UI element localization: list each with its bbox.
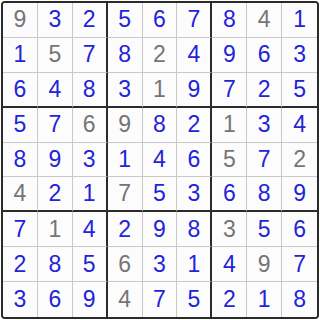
sudoku-cell-r4c2[interactable]: 7 — [38, 108, 73, 143]
given-digit: 9 — [118, 113, 131, 136]
sudoku-cell-r9c6[interactable]: 5 — [177, 282, 212, 317]
filled-digit: 1 — [14, 43, 27, 66]
given-digit: 4 — [118, 288, 131, 311]
sudoku-cell-r7c8[interactable]: 5 — [247, 212, 282, 247]
given-digit: 9 — [14, 8, 27, 31]
sudoku-cell-r9c2[interactable]: 6 — [38, 282, 73, 317]
sudoku-cell-r1c6[interactable]: 7 — [177, 3, 212, 38]
sudoku-cell-r4c7[interactable]: 1 — [212, 108, 247, 143]
sudoku-cell-r1c2[interactable]: 3 — [38, 3, 73, 38]
sudoku-cell-r2c6[interactable]: 4 — [177, 38, 212, 73]
sudoku-cell-r8c1[interactable]: 2 — [3, 247, 38, 282]
sudoku-cell-r1c5[interactable]: 6 — [143, 3, 178, 38]
filled-digit: 5 — [14, 113, 27, 136]
filled-digit: 3 — [48, 8, 61, 31]
filled-digit: 9 — [153, 218, 166, 241]
filled-digit: 4 — [83, 218, 96, 241]
given-digit: 6 — [118, 253, 131, 276]
filled-digit: 8 — [83, 78, 96, 101]
filled-digit: 2 — [83, 8, 96, 31]
filled-digit: 2 — [223, 288, 236, 311]
filled-digit: 6 — [48, 288, 61, 311]
sudoku-cell-r1c4[interactable]: 5 — [108, 3, 143, 38]
filled-digit: 9 — [223, 43, 236, 66]
sudoku-cell-r2c1[interactable]: 1 — [3, 38, 38, 73]
sudoku-cell-r2c8[interactable]: 6 — [247, 38, 282, 73]
given-digit: 2 — [293, 148, 306, 171]
sudoku-cell-r3c5[interactable]: 1 — [143, 73, 178, 108]
filled-digit: 5 — [83, 253, 96, 276]
sudoku-cell-r6c2[interactable]: 2 — [38, 177, 73, 212]
sudoku-cell-r4c9[interactable]: 4 — [282, 108, 317, 143]
filled-digit: 8 — [48, 253, 61, 276]
filled-digit: 1 — [83, 182, 96, 205]
given-digit: 1 — [153, 78, 166, 101]
sudoku-cell-r3c3[interactable]: 8 — [73, 73, 108, 108]
filled-digit: 3 — [83, 148, 96, 171]
sudoku-cell-r9c8[interactable]: 1 — [247, 282, 282, 317]
filled-digit: 7 — [153, 288, 166, 311]
sudoku-cell-r2c5[interactable]: 2 — [143, 38, 178, 73]
sudoku-cell-r1c3[interactable]: 2 — [73, 3, 108, 38]
filled-digit: 1 — [293, 8, 306, 31]
filled-digit: 7 — [293, 253, 306, 276]
given-digit: 3 — [223, 218, 236, 241]
filled-digit: 8 — [153, 113, 166, 136]
sudoku-cell-r1c1[interactable]: 9 — [3, 3, 38, 38]
filled-digit: 3 — [118, 78, 131, 101]
given-digit: 9 — [258, 253, 271, 276]
given-digit: 2 — [153, 43, 166, 66]
filled-digit: 8 — [118, 43, 131, 66]
sudoku-cell-r7c6[interactable]: 8 — [177, 212, 212, 247]
sudoku-cell-r9c7[interactable]: 2 — [212, 282, 247, 317]
filled-digit: 2 — [187, 113, 200, 136]
filled-digit: 7 — [14, 218, 27, 241]
sudoku-cell-r9c9[interactable]: 8 — [282, 282, 317, 317]
sudoku-cell-r9c4[interactable]: 4 — [108, 282, 143, 317]
filled-digit: 8 — [258, 182, 271, 205]
given-digit: 1 — [48, 218, 61, 241]
sudoku-cell-r5c7[interactable]: 5 — [212, 143, 247, 178]
sudoku-board: 9325678411578249636483197255769821348931… — [1, 1, 319, 319]
filled-digit: 9 — [83, 288, 96, 311]
filled-digit: 5 — [187, 288, 200, 311]
filled-digit: 2 — [258, 78, 271, 101]
sudoku-cell-r8c5[interactable]: 3 — [143, 247, 178, 282]
filled-digit: 6 — [293, 218, 306, 241]
sudoku-cell-r3c7[interactable]: 7 — [212, 73, 247, 108]
filled-digit: 2 — [118, 218, 131, 241]
sudoku-cell-r5c5[interactable]: 4 — [143, 143, 178, 178]
sudoku-cell-r2c3[interactable]: 7 — [73, 38, 108, 73]
filled-digit: 5 — [118, 8, 131, 31]
filled-digit: 2 — [48, 182, 61, 205]
filled-digit: 5 — [293, 78, 306, 101]
sudoku-cell-r4c3[interactable]: 6 — [73, 108, 108, 143]
sudoku-cell-r2c4[interactable]: 8 — [108, 38, 143, 73]
sudoku-cell-r9c1[interactable]: 3 — [3, 282, 38, 317]
filled-digit: 3 — [293, 43, 306, 66]
sudoku-cell-r9c3[interactable]: 9 — [73, 282, 108, 317]
sudoku-cell-r3c9[interactable]: 5 — [282, 73, 317, 108]
filled-digit: 8 — [293, 288, 306, 311]
sudoku-cell-r7c5[interactable]: 9 — [143, 212, 178, 247]
sudoku-cell-r8c8[interactable]: 9 — [247, 247, 282, 282]
filled-digit: 4 — [187, 43, 200, 66]
sudoku-cell-r2c7[interactable]: 9 — [212, 38, 247, 73]
given-digit: 4 — [258, 8, 271, 31]
sudoku-cell-r3c6[interactable]: 9 — [177, 73, 212, 108]
sudoku-cell-r8c2[interactable]: 8 — [38, 247, 73, 282]
filled-digit: 6 — [187, 148, 200, 171]
filled-digit: 6 — [153, 8, 166, 31]
filled-digit: 9 — [48, 148, 61, 171]
sudoku-cell-r5c8[interactable]: 7 — [247, 143, 282, 178]
filled-digit: 3 — [187, 182, 200, 205]
filled-digit: 5 — [153, 182, 166, 205]
sudoku-cell-r9c5[interactable]: 7 — [143, 282, 178, 317]
sudoku-cell-r6c7[interactable]: 6 — [212, 177, 247, 212]
filled-digit: 8 — [187, 218, 200, 241]
filled-digit: 2 — [14, 253, 27, 276]
filled-digit: 7 — [83, 43, 96, 66]
sudoku-cell-r1c8[interactable]: 4 — [247, 3, 282, 38]
sudoku-cell-r8c3[interactable]: 5 — [73, 247, 108, 282]
given-digit: 5 — [48, 43, 61, 66]
filled-digit: 8 — [223, 8, 236, 31]
sudoku-cell-r7c2[interactable]: 1 — [38, 212, 73, 247]
sudoku-cell-r6c4[interactable]: 7 — [108, 177, 143, 212]
filled-digit: 9 — [187, 78, 200, 101]
sudoku-cell-r8c6[interactable]: 1 — [177, 247, 212, 282]
sudoku-app: 9325678411578249636483197255769821348931… — [0, 0, 320, 320]
filled-digit: 7 — [223, 78, 236, 101]
filled-digit: 4 — [153, 148, 166, 171]
sudoku-cell-r8c7[interactable]: 4 — [212, 247, 247, 282]
filled-digit: 3 — [14, 288, 27, 311]
sudoku-cell-r1c7[interactable]: 8 — [212, 3, 247, 38]
sudoku-cell-r5c2[interactable]: 9 — [38, 143, 73, 178]
filled-digit: 8 — [14, 148, 27, 171]
filled-digit: 7 — [258, 148, 271, 171]
filled-digit: 6 — [223, 182, 236, 205]
sudoku-cell-r6c5[interactable]: 5 — [143, 177, 178, 212]
sudoku-cell-r4c6[interactable]: 2 — [177, 108, 212, 143]
given-digit: 6 — [83, 113, 96, 136]
filled-digit: 1 — [118, 148, 131, 171]
sudoku-cell-r1c9[interactable]: 1 — [282, 3, 317, 38]
sudoku-cell-r2c9[interactable]: 3 — [282, 38, 317, 73]
given-digit: 1 — [223, 113, 236, 136]
sudoku-cell-r7c1[interactable]: 7 — [3, 212, 38, 247]
given-digit: 4 — [14, 182, 27, 205]
sudoku-cell-r5c3[interactable]: 3 — [73, 143, 108, 178]
filled-digit: 3 — [258, 113, 271, 136]
sudoku-cell-r7c4[interactable]: 2 — [108, 212, 143, 247]
filled-digit: 5 — [258, 218, 271, 241]
sudoku-cell-r7c9[interactable]: 6 — [282, 212, 317, 247]
filled-digit: 7 — [48, 113, 61, 136]
sudoku-cell-r5c6[interactable]: 6 — [177, 143, 212, 178]
filled-digit: 6 — [14, 78, 27, 101]
sudoku-cell-r7c7[interactable]: 3 — [212, 212, 247, 247]
sudoku-cell-r8c4[interactable]: 6 — [108, 247, 143, 282]
sudoku-cell-r6c8[interactable]: 8 — [247, 177, 282, 212]
sudoku-cell-r8c9[interactable]: 7 — [282, 247, 317, 282]
sudoku-cell-r5c1[interactable]: 8 — [3, 143, 38, 178]
sudoku-cell-r6c1[interactable]: 4 — [3, 177, 38, 212]
sudoku-cell-r3c4[interactable]: 3 — [108, 73, 143, 108]
filled-digit: 4 — [293, 113, 306, 136]
filled-digit: 4 — [223, 253, 236, 276]
sudoku-cell-r4c8[interactable]: 3 — [247, 108, 282, 143]
sudoku-cell-r2c2[interactable]: 5 — [38, 38, 73, 73]
given-digit: 5 — [223, 148, 236, 171]
filled-digit: 6 — [258, 43, 271, 66]
given-digit: 7 — [118, 182, 131, 205]
sudoku-cell-r6c6[interactable]: 3 — [177, 177, 212, 212]
sudoku-cell-r4c4[interactable]: 9 — [108, 108, 143, 143]
sudoku-cell-r4c5[interactable]: 8 — [143, 108, 178, 143]
sudoku-cell-r3c1[interactable]: 6 — [3, 73, 38, 108]
sudoku-cell-r4c1[interactable]: 5 — [3, 108, 38, 143]
filled-digit: 7 — [187, 8, 200, 31]
sudoku-cell-r6c9[interactable]: 9 — [282, 177, 317, 212]
filled-digit: 4 — [48, 78, 61, 101]
filled-digit: 1 — [187, 253, 200, 276]
filled-digit: 1 — [258, 288, 271, 311]
sudoku-cell-r3c8[interactable]: 2 — [247, 73, 282, 108]
sudoku-cell-r5c4[interactable]: 1 — [108, 143, 143, 178]
sudoku-cell-r6c3[interactable]: 1 — [73, 177, 108, 212]
sudoku-cell-r7c3[interactable]: 4 — [73, 212, 108, 247]
sudoku-cell-r5c9[interactable]: 2 — [282, 143, 317, 178]
sudoku-cell-r3c2[interactable]: 4 — [38, 73, 73, 108]
filled-digit: 9 — [293, 182, 306, 205]
filled-digit: 3 — [153, 253, 166, 276]
